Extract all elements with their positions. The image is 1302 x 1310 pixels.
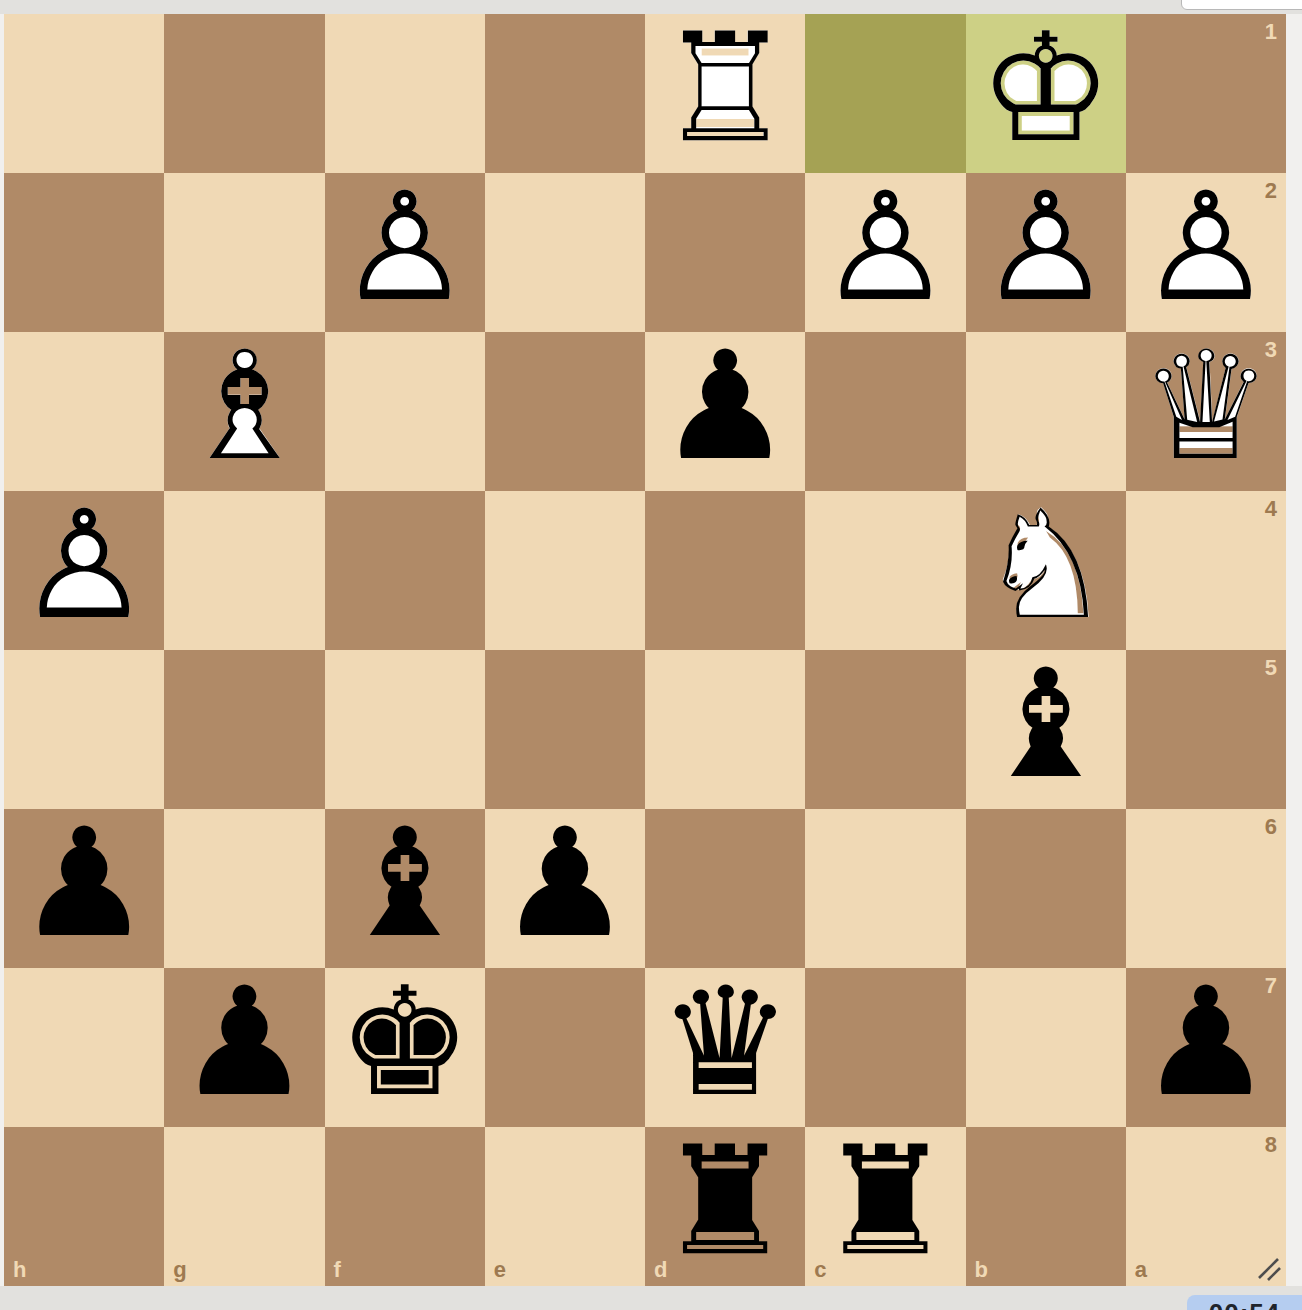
black-pawn-glyph: ♟: [177, 967, 311, 1117]
square-f4[interactable]: [325, 491, 485, 650]
white-bishop[interactable]: ♝♗: [164, 332, 324, 491]
white-queen[interactable]: ♛♕: [1126, 332, 1286, 491]
square-d3[interactable]: ♟: [645, 332, 805, 491]
square-h4[interactable]: ♟♙: [4, 491, 164, 650]
rank-label-4: 4: [1265, 496, 1277, 522]
square-g2[interactable]: [164, 173, 324, 332]
black-pawn[interactable]: ♟: [645, 332, 805, 491]
chess-board[interactable]: ♜♖♚♔1♟♙♟♙♟♙♟♙2♝♗♟♛♕3♟♙♞♘4♝5♟♝♟6♟♚♛♟7hgfe…: [4, 14, 1286, 1286]
square-g4[interactable]: [164, 491, 324, 650]
square-g1[interactable]: [164, 14, 324, 173]
square-a4[interactable]: 4: [1126, 491, 1286, 650]
square-h5[interactable]: [4, 650, 164, 809]
rank-label-5: 5: [1265, 655, 1277, 681]
square-e8[interactable]: e: [485, 1127, 645, 1286]
square-d8[interactable]: ♜d: [645, 1127, 805, 1286]
white-pawn[interactable]: ♟♙: [4, 491, 164, 650]
square-d7[interactable]: ♛: [645, 968, 805, 1127]
square-b4[interactable]: ♞♘: [966, 491, 1126, 650]
black-king[interactable]: ♚: [325, 968, 485, 1127]
black-bishop[interactable]: ♝: [325, 809, 485, 968]
file-label-h: h: [13, 1257, 26, 1283]
white-pawn-outline: ♙: [978, 172, 1112, 322]
square-d4[interactable]: [645, 491, 805, 650]
square-a7[interactable]: ♟7: [1126, 968, 1286, 1127]
black-rook-glyph: ♜: [658, 1126, 792, 1276]
file-label-g: g: [173, 1257, 186, 1283]
square-a2[interactable]: ♟♙2: [1126, 173, 1286, 332]
black-pawn[interactable]: ♟: [164, 968, 324, 1127]
square-c7[interactable]: [805, 968, 965, 1127]
black-bishop-glyph: ♝: [978, 649, 1112, 799]
square-e1[interactable]: [485, 14, 645, 173]
clock-time: 00:54: [1209, 1298, 1281, 1310]
square-c4[interactable]: [805, 491, 965, 650]
square-h6[interactable]: ♟: [4, 809, 164, 968]
square-f1[interactable]: [325, 14, 485, 173]
square-b1[interactable]: ♚♔: [966, 14, 1126, 173]
square-f7[interactable]: ♚: [325, 968, 485, 1127]
square-e3[interactable]: [485, 332, 645, 491]
rank-label-1: 1: [1265, 19, 1277, 45]
square-f2[interactable]: ♟♙: [325, 173, 485, 332]
white-pawn[interactable]: ♟♙: [805, 173, 965, 332]
white-pawn-outline: ♙: [337, 172, 471, 322]
square-f3[interactable]: [325, 332, 485, 491]
black-pawn[interactable]: ♟: [4, 809, 164, 968]
black-rook-glyph: ♜: [818, 1126, 952, 1276]
square-d5[interactable]: [645, 650, 805, 809]
square-g5[interactable]: [164, 650, 324, 809]
white-knight-outline: ♘: [978, 490, 1112, 640]
file-label-f: f: [334, 1257, 341, 1283]
square-c2[interactable]: ♟♙: [805, 173, 965, 332]
white-pawn[interactable]: ♟♙: [966, 173, 1126, 332]
white-pawn-outline: ♙: [1139, 172, 1273, 322]
black-bishop-glyph: ♝: [337, 808, 471, 958]
black-pawn[interactable]: ♟: [485, 809, 645, 968]
square-d2[interactable]: [645, 173, 805, 332]
file-label-a: a: [1135, 1257, 1147, 1283]
white-queen-outline: ♕: [1139, 331, 1273, 481]
black-pawn-glyph: ♟: [498, 808, 632, 958]
square-g6[interactable]: [164, 809, 324, 968]
square-b7[interactable]: [966, 968, 1126, 1127]
rank-label-6: 6: [1265, 814, 1277, 840]
white-pawn[interactable]: ♟♙: [325, 173, 485, 332]
square-c8[interactable]: ♜c: [805, 1127, 965, 1286]
square-b2[interactable]: ♟♙: [966, 173, 1126, 332]
square-e5[interactable]: [485, 650, 645, 809]
square-h1[interactable]: [4, 14, 164, 173]
square-h3[interactable]: [4, 332, 164, 491]
white-pawn-outline: ♙: [818, 172, 952, 322]
square-b3[interactable]: [966, 332, 1126, 491]
white-king-outline: ♔: [978, 13, 1112, 163]
square-c5[interactable]: [805, 650, 965, 809]
square-g3[interactable]: ♝♗: [164, 332, 324, 491]
square-e7[interactable]: [485, 968, 645, 1127]
white-pawn-outline: ♙: [17, 490, 151, 640]
file-label-e: e: [494, 1257, 506, 1283]
square-c1[interactable]: [805, 14, 965, 173]
square-a6[interactable]: 6: [1126, 809, 1286, 968]
white-pawn[interactable]: ♟♙: [1126, 173, 1286, 332]
square-b8[interactable]: b: [966, 1127, 1126, 1286]
square-h2[interactable]: [4, 173, 164, 332]
black-pawn[interactable]: ♟: [1126, 968, 1286, 1127]
square-a3[interactable]: ♛♕3: [1126, 332, 1286, 491]
rank-label-8: 8: [1265, 1132, 1277, 1158]
square-b5[interactable]: ♝: [966, 650, 1126, 809]
square-c6[interactable]: [805, 809, 965, 968]
square-g7[interactable]: ♟: [164, 968, 324, 1127]
window-bottom-strip: [0, 1286, 1302, 1310]
black-pawn-glyph: ♟: [658, 331, 792, 481]
player-clock: 00:54: [1187, 1295, 1302, 1310]
square-a5[interactable]: 5: [1126, 650, 1286, 809]
white-bishop-outline: ♗: [177, 331, 311, 481]
square-c3[interactable]: [805, 332, 965, 491]
white-knight[interactable]: ♞♘: [966, 491, 1126, 650]
square-f8[interactable]: f: [325, 1127, 485, 1286]
black-pawn-glyph: ♟: [17, 808, 151, 958]
white-rook[interactable]: ♜♖: [645, 14, 805, 173]
square-e6[interactable]: ♟: [485, 809, 645, 968]
white-king[interactable]: ♚♔: [966, 14, 1126, 173]
square-f6[interactable]: ♝: [325, 809, 485, 968]
square-d6[interactable]: [645, 809, 805, 968]
black-rook[interactable]: ♜: [805, 1127, 965, 1286]
square-d1[interactable]: ♜♖: [645, 14, 805, 173]
black-queen-glyph: ♛: [658, 967, 792, 1117]
square-e4[interactable]: [485, 491, 645, 650]
square-h7[interactable]: [4, 968, 164, 1127]
square-b6[interactable]: [966, 809, 1126, 968]
square-e2[interactable]: [485, 173, 645, 332]
white-rook-outline: ♖: [658, 13, 792, 163]
square-a1[interactable]: 1: [1126, 14, 1286, 173]
square-h8[interactable]: h: [4, 1127, 164, 1286]
square-g8[interactable]: g: [164, 1127, 324, 1286]
black-pawn-glyph: ♟: [1139, 967, 1273, 1117]
black-queen[interactable]: ♛: [645, 968, 805, 1127]
black-bishop[interactable]: ♝: [966, 650, 1126, 809]
square-f5[interactable]: [325, 650, 485, 809]
file-label-b: b: [975, 1257, 988, 1283]
board-resize-handle-icon[interactable]: [1255, 1255, 1283, 1283]
black-king-glyph: ♚: [337, 967, 471, 1117]
black-rook[interactable]: ♜: [645, 1127, 805, 1286]
dialog-edge: [1181, 0, 1302, 10]
